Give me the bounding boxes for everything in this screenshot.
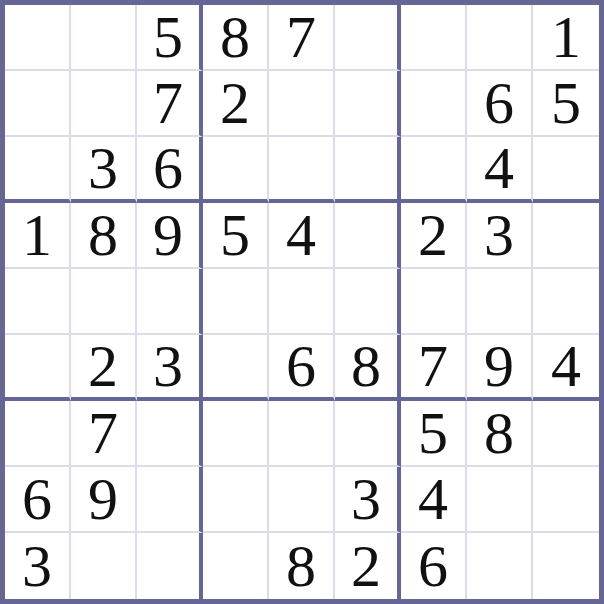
cell-r2c8-given-digit: 6 [467, 71, 533, 137]
cell-r1c5-given-digit: 7 [269, 5, 335, 71]
cell-r3c6-empty[interactable] [335, 137, 401, 203]
cell-r2c5-empty[interactable] [269, 71, 335, 137]
cell-r9c7-given-digit: 6 [401, 533, 467, 599]
cell-r9c5-given-digit: 8 [269, 533, 335, 599]
cell-r1c7-empty[interactable] [401, 5, 467, 71]
cell-r1c4-given-digit: 8 [203, 5, 269, 71]
cell-r3c9-empty[interactable] [533, 137, 599, 203]
cell-r4c7-given-digit: 2 [401, 203, 467, 269]
cell-r9c9-empty[interactable] [533, 533, 599, 599]
cell-r5c5-empty[interactable] [269, 269, 335, 335]
cell-r6c3-given-digit: 3 [137, 335, 203, 401]
cell-r1c1-empty[interactable] [5, 5, 71, 71]
cell-r9c3-empty[interactable] [137, 533, 203, 599]
cell-r3c4-empty[interactable] [203, 137, 269, 203]
cell-r9c8-empty[interactable] [467, 533, 533, 599]
cell-r5c8-empty[interactable] [467, 269, 533, 335]
cell-r6c2-given-digit: 2 [71, 335, 137, 401]
cell-r9c1-given-digit: 3 [5, 533, 71, 599]
cell-r7c5-empty[interactable] [269, 401, 335, 467]
cell-r8c6-given-digit: 3 [335, 467, 401, 533]
cell-r4c4-given-digit: 5 [203, 203, 269, 269]
cell-r5c9-empty[interactable] [533, 269, 599, 335]
cell-r4c8-given-digit: 3 [467, 203, 533, 269]
cell-r7c2-given-digit: 7 [71, 401, 137, 467]
cell-r8c3-empty[interactable] [137, 467, 203, 533]
cell-r3c1-empty[interactable] [5, 137, 71, 203]
cell-r9c4-empty[interactable] [203, 533, 269, 599]
cell-r6c1-empty[interactable] [5, 335, 71, 401]
cell-r3c8-given-digit: 4 [467, 137, 533, 203]
cell-r3c7-empty[interactable] [401, 137, 467, 203]
cell-r6c8-given-digit: 9 [467, 335, 533, 401]
cell-r2c3-given-digit: 7 [137, 71, 203, 137]
cell-r7c9-empty[interactable] [533, 401, 599, 467]
cell-r9c2-empty[interactable] [71, 533, 137, 599]
cell-r2c2-empty[interactable] [71, 71, 137, 137]
cell-r5c3-empty[interactable] [137, 269, 203, 335]
cell-r4c5-given-digit: 4 [269, 203, 335, 269]
cell-r8c1-given-digit: 6 [5, 467, 71, 533]
cell-r7c6-empty[interactable] [335, 401, 401, 467]
cell-r4c1-given-digit: 1 [5, 203, 71, 269]
cell-r6c6-given-digit: 8 [335, 335, 401, 401]
cell-r8c2-given-digit: 9 [71, 467, 137, 533]
cell-r8c4-empty[interactable] [203, 467, 269, 533]
cell-r5c4-empty[interactable] [203, 269, 269, 335]
cell-r4c2-given-digit: 8 [71, 203, 137, 269]
cell-r8c7-given-digit: 4 [401, 467, 467, 533]
cell-r6c9-given-digit: 4 [533, 335, 599, 401]
cell-r9c6-given-digit: 2 [335, 533, 401, 599]
cell-r4c9-empty[interactable] [533, 203, 599, 269]
cell-r7c7-given-digit: 5 [401, 401, 467, 467]
sudoku-board: 587172653641895423236879475869343826 [0, 0, 604, 604]
cell-r8c8-empty[interactable] [467, 467, 533, 533]
cell-r4c6-empty[interactable] [335, 203, 401, 269]
cell-r2c1-empty[interactable] [5, 71, 71, 137]
cell-r7c8-given-digit: 8 [467, 401, 533, 467]
cell-r2c4-given-digit: 2 [203, 71, 269, 137]
cell-r6c4-empty[interactable] [203, 335, 269, 401]
cell-r4c3-given-digit: 9 [137, 203, 203, 269]
cell-r5c6-empty[interactable] [335, 269, 401, 335]
cell-r7c4-empty[interactable] [203, 401, 269, 467]
cell-r5c1-empty[interactable] [5, 269, 71, 335]
cell-r3c5-empty[interactable] [269, 137, 335, 203]
cell-r6c5-given-digit: 6 [269, 335, 335, 401]
cell-r5c2-empty[interactable] [71, 269, 137, 335]
cell-r1c2-empty[interactable] [71, 5, 137, 71]
cell-r3c3-given-digit: 6 [137, 137, 203, 203]
cell-r1c3-given-digit: 5 [137, 5, 203, 71]
cell-r8c9-empty[interactable] [533, 467, 599, 533]
cell-r2c6-empty[interactable] [335, 71, 401, 137]
cell-r1c9-given-digit: 1 [533, 5, 599, 71]
sudoku-grid: 587172653641895423236879475869343826 [5, 5, 599, 599]
cell-r2c9-given-digit: 5 [533, 71, 599, 137]
cell-r6c7-given-digit: 7 [401, 335, 467, 401]
cell-r3c2-given-digit: 3 [71, 137, 137, 203]
cell-r5c7-empty[interactable] [401, 269, 467, 335]
cell-r2c7-empty[interactable] [401, 71, 467, 137]
cell-r8c5-empty[interactable] [269, 467, 335, 533]
cell-r7c3-empty[interactable] [137, 401, 203, 467]
cell-r1c6-empty[interactable] [335, 5, 401, 71]
cell-r1c8-empty[interactable] [467, 5, 533, 71]
cell-r7c1-empty[interactable] [5, 401, 71, 467]
